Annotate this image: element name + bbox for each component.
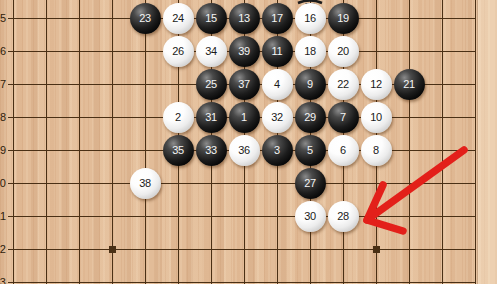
point-6-8[interactable] xyxy=(195,266,228,284)
point-4-2[interactable] xyxy=(129,68,162,101)
stone-number: 20 xyxy=(337,46,349,57)
point-6-2[interactable]: 25 xyxy=(195,68,228,101)
stone-38-white[interactable]: 38 xyxy=(130,168,161,199)
point-1-3[interactable] xyxy=(30,101,63,134)
point-11-4[interactable]: 8 xyxy=(360,134,393,167)
point-8-1[interactable]: 11 xyxy=(261,35,294,68)
stone-35-black[interactable]: 35 xyxy=(163,135,194,166)
stone-21-black[interactable]: 21 xyxy=(394,69,425,100)
point-12-5[interactable] xyxy=(393,167,426,200)
point-14-5[interactable] xyxy=(459,167,492,200)
point-3-4[interactable] xyxy=(96,134,129,167)
stone-11-black[interactable]: 11 xyxy=(262,36,293,67)
stone-number: 18 xyxy=(304,46,316,57)
point-5-3[interactable]: 2 xyxy=(162,101,195,134)
point-9-3[interactable]: 29 xyxy=(294,101,327,134)
point-13-7[interactable] xyxy=(426,233,459,266)
point-5-7[interactable] xyxy=(162,233,195,266)
go-board-diagram: 5678910111213 23241513171619263439111820… xyxy=(0,0,497,284)
point-14-0[interactable] xyxy=(459,2,492,35)
point-6-5[interactable] xyxy=(195,167,228,200)
point-1-2[interactable] xyxy=(30,68,63,101)
point-4-5[interactable]: 38 xyxy=(129,167,162,200)
stone-number: 9 xyxy=(307,79,313,90)
stone-number: 26 xyxy=(172,46,184,57)
point-4-6[interactable] xyxy=(129,200,162,233)
point-8-6[interactable] xyxy=(261,200,294,233)
stone-number: 16 xyxy=(304,13,316,24)
point-8-2[interactable]: 4 xyxy=(261,68,294,101)
point-13-5[interactable] xyxy=(426,167,459,200)
stone-26-white[interactable]: 26 xyxy=(163,36,194,67)
point-2-5[interactable] xyxy=(63,167,96,200)
stone-15-black[interactable]: 15 xyxy=(196,3,227,34)
point-3-8[interactable] xyxy=(96,266,129,284)
point-10-6[interactable]: 28 xyxy=(327,200,360,233)
point-13-3[interactable] xyxy=(426,101,459,134)
point-13-6[interactable] xyxy=(426,200,459,233)
point-2-8[interactable] xyxy=(63,266,96,284)
board-grid: 2324151317161926343911182025374922122123… xyxy=(0,2,492,284)
stone-31-black[interactable]: 31 xyxy=(196,102,227,133)
stone-4-white[interactable]: 4 xyxy=(262,69,293,100)
point-14-7[interactable] xyxy=(459,233,492,266)
point-1-0[interactable] xyxy=(30,2,63,35)
stone-12-white[interactable]: 12 xyxy=(361,69,392,100)
point-11-1[interactable] xyxy=(360,35,393,68)
point-10-3[interactable]: 7 xyxy=(327,101,360,134)
stone-number: 8 xyxy=(373,145,379,156)
point-2-3[interactable] xyxy=(63,101,96,134)
row-label-7: 7 xyxy=(0,78,6,90)
stone-number: 38 xyxy=(139,178,151,189)
point-12-4[interactable] xyxy=(393,134,426,167)
point-3-7[interactable] xyxy=(96,233,129,266)
point-10-1[interactable]: 20 xyxy=(327,35,360,68)
point-4-3[interactable] xyxy=(129,101,162,134)
stone-number: 39 xyxy=(238,46,250,57)
point-9-1[interactable]: 18 xyxy=(294,35,327,68)
stone-number: 21 xyxy=(403,79,415,90)
stone-22-white[interactable]: 22 xyxy=(328,69,359,100)
stone-number: 7 xyxy=(340,112,346,123)
point-7-6[interactable] xyxy=(228,200,261,233)
stone-number: 30 xyxy=(304,211,316,222)
point-1-7[interactable] xyxy=(30,233,63,266)
point-5-1[interactable]: 26 xyxy=(162,35,195,68)
point-4-1[interactable] xyxy=(129,35,162,68)
point-7-7[interactable] xyxy=(228,233,261,266)
point-5-8[interactable] xyxy=(162,266,195,284)
point-9-7[interactable] xyxy=(294,233,327,266)
stone-32-white[interactable]: 32 xyxy=(262,102,293,133)
point-14-6[interactable] xyxy=(459,200,492,233)
point-1-5[interactable] xyxy=(30,167,63,200)
stone-30-white[interactable]: 30 xyxy=(295,201,326,232)
stone-27-black[interactable]: 27 xyxy=(295,168,326,199)
point-13-1[interactable] xyxy=(426,35,459,68)
point-13-4[interactable] xyxy=(426,134,459,167)
stone-1-black[interactable]: 1 xyxy=(229,102,260,133)
point-6-4[interactable]: 33 xyxy=(195,134,228,167)
point-12-8[interactable] xyxy=(393,266,426,284)
row-label-9: 9 xyxy=(0,144,6,156)
stone-37-black[interactable]: 37 xyxy=(229,69,260,100)
point-7-0[interactable]: 13 xyxy=(228,2,261,35)
point-4-4[interactable] xyxy=(129,134,162,167)
stone-number: 29 xyxy=(304,112,316,123)
point-6-0[interactable]: 15 xyxy=(195,2,228,35)
point-14-4[interactable] xyxy=(459,134,492,167)
point-12-1[interactable] xyxy=(393,35,426,68)
row-label-8: 8 xyxy=(0,111,6,123)
point-1-4[interactable] xyxy=(30,134,63,167)
point-3-1[interactable] xyxy=(96,35,129,68)
row-label-10: 10 xyxy=(0,177,6,189)
stone-number: 33 xyxy=(205,145,217,156)
stone-number: 10 xyxy=(370,112,382,123)
point-6-6[interactable] xyxy=(195,200,228,233)
row-label-13: 13 xyxy=(0,276,6,284)
point-11-5[interactable] xyxy=(360,167,393,200)
point-10-8[interactable] xyxy=(327,266,360,284)
stone-number: 5 xyxy=(307,145,313,156)
point-2-7[interactable] xyxy=(63,233,96,266)
point-9-0[interactable]: 16 xyxy=(294,2,327,35)
point-9-4[interactable]: 5 xyxy=(294,134,327,167)
stone-number: 27 xyxy=(304,178,316,189)
stone-34-white[interactable]: 34 xyxy=(196,36,227,67)
stone-2-white[interactable]: 2 xyxy=(163,102,194,133)
point-14-2[interactable] xyxy=(459,68,492,101)
point-13-8[interactable] xyxy=(426,266,459,284)
point-4-7[interactable] xyxy=(129,233,162,266)
point-13-2[interactable] xyxy=(426,68,459,101)
stone-number: 6 xyxy=(340,145,346,156)
point-14-1[interactable] xyxy=(459,35,492,68)
point-11-2[interactable]: 12 xyxy=(360,68,393,101)
stone-24-white[interactable]: 24 xyxy=(163,3,194,34)
stone-18-white[interactable]: 18 xyxy=(295,36,326,67)
point-9-6[interactable]: 30 xyxy=(294,200,327,233)
point-3-2[interactable] xyxy=(96,68,129,101)
point-12-6[interactable] xyxy=(393,200,426,233)
point-4-8[interactable] xyxy=(129,266,162,284)
stone-10-white[interactable]: 10 xyxy=(361,102,392,133)
point-10-0[interactable]: 19 xyxy=(327,2,360,35)
stone-number: 4 xyxy=(274,79,280,90)
point-8-8[interactable] xyxy=(261,266,294,284)
stone-number: 37 xyxy=(238,79,250,90)
point-2-4[interactable] xyxy=(63,134,96,167)
stone-36-white[interactable]: 36 xyxy=(229,135,260,166)
point-2-1[interactable] xyxy=(63,35,96,68)
stone-25-black[interactable]: 25 xyxy=(196,69,227,100)
stone-number: 15 xyxy=(205,13,217,24)
stone-number: 25 xyxy=(205,79,217,90)
stone-number: 24 xyxy=(172,13,184,24)
stone-8-white[interactable]: 8 xyxy=(361,135,392,166)
point-7-1[interactable]: 39 xyxy=(228,35,261,68)
stone-13-black[interactable]: 13 xyxy=(229,3,260,34)
stone-number: 34 xyxy=(205,46,217,57)
stone-number: 1 xyxy=(241,112,247,123)
stone-5-black[interactable]: 5 xyxy=(295,135,326,166)
point-3-6[interactable] xyxy=(96,200,129,233)
point-7-8[interactable] xyxy=(228,266,261,284)
stone-6-white[interactable]: 6 xyxy=(328,135,359,166)
point-7-4[interactable]: 36 xyxy=(228,134,261,167)
point-14-3[interactable] xyxy=(459,101,492,134)
stone-number: 2 xyxy=(175,112,181,123)
stone-number: 32 xyxy=(271,112,283,123)
point-8-0[interactable]: 17 xyxy=(261,2,294,35)
point-6-7[interactable] xyxy=(195,233,228,266)
point-7-5[interactable] xyxy=(228,167,261,200)
point-9-2[interactable]: 9 xyxy=(294,68,327,101)
point-2-0[interactable] xyxy=(63,2,96,35)
stone-19-black[interactable]: 19 xyxy=(328,3,359,34)
stone-number: 28 xyxy=(337,211,349,222)
point-11-3[interactable]: 10 xyxy=(360,101,393,134)
point-2-2[interactable] xyxy=(63,68,96,101)
point-2-6[interactable] xyxy=(63,200,96,233)
stone-number: 11 xyxy=(272,46,283,57)
stone-number: 3 xyxy=(274,145,280,156)
point-3-0[interactable] xyxy=(96,2,129,35)
point-12-0[interactable] xyxy=(393,2,426,35)
point-9-8[interactable] xyxy=(294,266,327,284)
point-1-1[interactable] xyxy=(30,35,63,68)
point-7-3[interactable]: 1 xyxy=(228,101,261,134)
point-12-2[interactable]: 21 xyxy=(393,68,426,101)
row-label-6: 6 xyxy=(0,45,6,57)
stone-7-black[interactable]: 7 xyxy=(328,102,359,133)
point-5-6[interactable] xyxy=(162,200,195,233)
point-8-5[interactable] xyxy=(261,167,294,200)
point-5-0[interactable]: 24 xyxy=(162,2,195,35)
point-1-8[interactable] xyxy=(30,266,63,284)
point-8-7[interactable] xyxy=(261,233,294,266)
stone-16-white[interactable]: 16 xyxy=(295,3,326,34)
stone-number: 36 xyxy=(238,145,250,156)
stone-number: 17 xyxy=(271,13,283,24)
stone-28-white[interactable]: 28 xyxy=(328,201,359,232)
point-14-8[interactable] xyxy=(459,266,492,284)
point-11-6[interactable] xyxy=(360,200,393,233)
point-7-2[interactable]: 37 xyxy=(228,68,261,101)
stone-number: 22 xyxy=(337,79,349,90)
point-8-3[interactable]: 32 xyxy=(261,101,294,134)
point-12-3[interactable] xyxy=(393,101,426,134)
row-label-5: 5 xyxy=(0,12,6,24)
point-5-2[interactable] xyxy=(162,68,195,101)
point-13-0[interactable] xyxy=(426,2,459,35)
point-3-3[interactable] xyxy=(96,101,129,134)
row-label-12: 12 xyxy=(0,243,6,255)
stone-9-black[interactable]: 9 xyxy=(295,69,326,100)
stone-29-black[interactable]: 29 xyxy=(295,102,326,133)
stone-number: 35 xyxy=(172,145,184,156)
stone-33-black[interactable]: 33 xyxy=(196,135,227,166)
stone-number: 23 xyxy=(139,13,151,24)
point-11-7[interactable] xyxy=(360,233,393,266)
point-11-8[interactable] xyxy=(360,266,393,284)
stone-17-black[interactable]: 17 xyxy=(262,3,293,34)
point-10-2[interactable]: 22 xyxy=(327,68,360,101)
point-11-0[interactable] xyxy=(360,2,393,35)
point-5-4[interactable]: 35 xyxy=(162,134,195,167)
point-8-4[interactable]: 3 xyxy=(261,134,294,167)
point-6-1[interactable]: 34 xyxy=(195,35,228,68)
point-3-5[interactable] xyxy=(96,167,129,200)
point-10-4[interactable]: 6 xyxy=(327,134,360,167)
row-label-11: 11 xyxy=(0,210,6,222)
stone-23-black[interactable]: 23 xyxy=(130,3,161,34)
point-5-5[interactable] xyxy=(162,167,195,200)
stone-20-white[interactable]: 20 xyxy=(328,36,359,67)
point-10-7[interactable] xyxy=(327,233,360,266)
stone-39-black[interactable]: 39 xyxy=(229,36,260,67)
point-6-3[interactable]: 31 xyxy=(195,101,228,134)
point-10-5[interactable] xyxy=(327,167,360,200)
stone-number: 19 xyxy=(337,13,349,24)
stone-number: 13 xyxy=(238,13,250,24)
point-4-0[interactable]: 23 xyxy=(129,2,162,35)
stone-number: 12 xyxy=(370,79,382,90)
stone-3-black[interactable]: 3 xyxy=(262,135,293,166)
stone-number: 31 xyxy=(205,112,217,123)
point-9-5[interactable]: 27 xyxy=(294,167,327,200)
point-12-7[interactable] xyxy=(393,233,426,266)
point-1-6[interactable] xyxy=(30,200,63,233)
